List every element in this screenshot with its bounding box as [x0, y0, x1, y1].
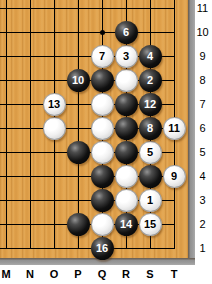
stone-black-S8[interactable]: 2: [139, 69, 162, 92]
stone-black-S6[interactable]: 8: [139, 117, 162, 140]
stone-white-S3[interactable]: 1: [139, 189, 162, 212]
stone-white-O7[interactable]: 13: [43, 93, 66, 116]
stone-black-Q4[interactable]: [91, 165, 114, 188]
col-label-T: T: [164, 268, 184, 281]
stone-white-T6[interactable]: 11: [163, 117, 186, 140]
row-label-10: 10: [193, 25, 212, 39]
stone-black-Q8[interactable]: [91, 69, 114, 92]
stone-black-R2[interactable]: 14: [115, 213, 138, 236]
row-label-4: 4: [193, 169, 212, 183]
stone-white-R8[interactable]: [115, 69, 138, 92]
stone-black-S7[interactable]: 12: [139, 93, 162, 116]
row-label-2: 2: [193, 217, 212, 231]
row-label-5: 5: [193, 145, 212, 159]
stone-black-Q3[interactable]: [91, 189, 114, 212]
grid-vline-M: [6, 0, 7, 249]
stone-black-P2[interactable]: [67, 213, 90, 236]
stone-white-Q2[interactable]: [91, 213, 114, 236]
stone-white-Q6[interactable]: [91, 117, 114, 140]
stone-white-S2[interactable]: 15: [139, 213, 162, 236]
stone-white-Q5[interactable]: [91, 141, 114, 164]
row-label-7: 7: [193, 97, 212, 111]
col-label-R: R: [116, 268, 136, 281]
row-label-11: 11: [193, 1, 212, 15]
col-label-Q: Q: [92, 268, 112, 281]
row-label-6: 6: [193, 121, 212, 135]
grid-hline-1: [0, 248, 175, 249]
stone-white-R4[interactable]: [115, 165, 138, 188]
row-label-1: 1: [193, 241, 212, 255]
stone-black-R7[interactable]: [115, 93, 138, 116]
grid-hline-10: [0, 32, 175, 33]
row-label-8: 8: [193, 73, 212, 87]
stone-white-R9[interactable]: 3: [115, 45, 138, 68]
col-label-P: P: [68, 268, 88, 281]
stone-white-Q7[interactable]: [91, 93, 114, 116]
row-label-3: 3: [193, 193, 212, 207]
stone-black-R5[interactable]: [115, 141, 138, 164]
grid-vline-P: [78, 0, 79, 249]
stone-black-R10[interactable]: 6: [115, 21, 138, 44]
stone-white-Q9[interactable]: 7: [91, 45, 114, 68]
grid-vline-N: [30, 0, 31, 249]
stone-black-S9[interactable]: 4: [139, 45, 162, 68]
stone-black-S4[interactable]: [139, 165, 162, 188]
stone-white-O6[interactable]: [43, 117, 66, 140]
stone-black-R6[interactable]: [115, 117, 138, 140]
col-label-S: S: [140, 268, 160, 281]
col-label-O: O: [44, 268, 64, 281]
stone-black-Q1[interactable]: 16: [91, 237, 114, 260]
star-point-Q10: [100, 30, 105, 35]
stone-white-S5[interactable]: 5: [139, 141, 162, 164]
col-label-M: M: [0, 268, 16, 281]
col-label-N: N: [20, 268, 40, 281]
go-diagram: 12345678910111213141516 MNOPQRST11109876…: [0, 0, 212, 284]
stone-white-T4[interactable]: 9: [163, 165, 186, 188]
row-label-9: 9: [193, 49, 212, 63]
grid-hline-11: [0, 8, 175, 9]
stone-black-P5[interactable]: [67, 141, 90, 164]
stone-black-P8[interactable]: 10: [67, 69, 90, 92]
stone-white-R3[interactable]: [115, 189, 138, 212]
